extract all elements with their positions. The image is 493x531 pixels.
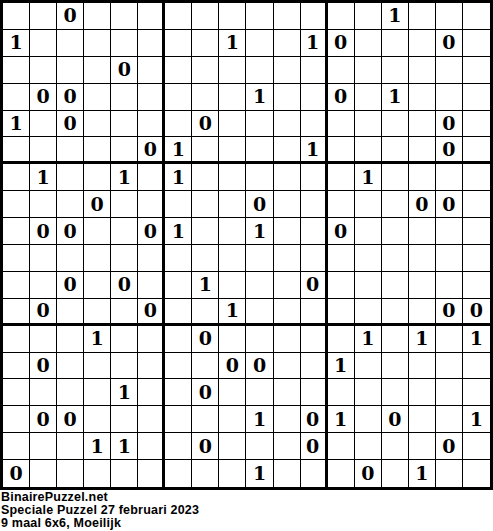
empty-cell[interactable]	[274, 272, 301, 299]
empty-cell[interactable]	[192, 218, 219, 245]
empty-cell[interactable]	[3, 3, 30, 30]
empty-cell[interactable]	[301, 164, 328, 191]
empty-cell[interactable]	[328, 245, 355, 272]
empty-cell[interactable]	[274, 433, 301, 460]
empty-cell[interactable]	[246, 137, 273, 164]
empty-cell[interactable]	[274, 137, 301, 164]
empty-cell[interactable]	[111, 111, 138, 138]
empty-cell[interactable]	[219, 406, 246, 433]
given-cell: 0	[57, 3, 84, 30]
empty-cell[interactable]	[192, 30, 219, 57]
empty-cell[interactable]	[192, 57, 219, 84]
empty-cell[interactable]	[463, 460, 490, 487]
empty-cell[interactable]	[30, 245, 57, 272]
given-cell: 1	[165, 164, 192, 191]
empty-cell[interactable]	[84, 406, 111, 433]
empty-cell[interactable]	[219, 245, 246, 272]
empty-cell[interactable]	[30, 433, 57, 460]
empty-cell[interactable]	[84, 245, 111, 272]
given-cell: 1	[165, 218, 192, 245]
given-cell: 0	[246, 191, 273, 218]
empty-cell[interactable]	[246, 299, 273, 326]
empty-cell[interactable]	[301, 111, 328, 138]
empty-cell[interactable]	[192, 164, 219, 191]
empty-cell[interactable]	[436, 164, 463, 191]
empty-cell[interactable]	[219, 57, 246, 84]
puzzle-page: 0111100000101100001101111000000011000100…	[0, 0, 493, 531]
empty-cell[interactable]	[3, 137, 30, 164]
empty-cell[interactable]	[138, 3, 165, 30]
empty-cell[interactable]	[436, 272, 463, 299]
empty-cell[interactable]	[246, 272, 273, 299]
given-cell: 0	[192, 111, 219, 138]
empty-cell[interactable]	[165, 191, 192, 218]
empty-cell[interactable]	[301, 84, 328, 111]
empty-cell[interactable]	[274, 245, 301, 272]
empty-cell[interactable]	[219, 218, 246, 245]
empty-cell[interactable]	[111, 137, 138, 164]
empty-cell[interactable]	[328, 272, 355, 299]
given-cell: 1	[3, 30, 30, 57]
empty-cell[interactable]	[111, 245, 138, 272]
empty-cell[interactable]	[138, 84, 165, 111]
empty-cell[interactable]	[30, 379, 57, 406]
given-cell: 1	[463, 326, 490, 353]
empty-cell[interactable]	[382, 326, 409, 353]
empty-cell[interactable]	[409, 299, 436, 326]
empty-cell[interactable]	[84, 30, 111, 57]
empty-cell[interactable]	[274, 191, 301, 218]
empty-cell[interactable]	[301, 353, 328, 380]
empty-cell[interactable]	[274, 57, 301, 84]
empty-cell[interactable]	[138, 353, 165, 380]
empty-cell[interactable]	[219, 272, 246, 299]
given-cell: 0	[328, 218, 355, 245]
empty-cell[interactable]	[328, 57, 355, 84]
given-cell: 0	[219, 353, 246, 380]
empty-cell[interactable]	[84, 84, 111, 111]
empty-cell[interactable]	[3, 299, 30, 326]
given-cell: 0	[436, 299, 463, 326]
given-cell: 0	[192, 433, 219, 460]
empty-cell[interactable]	[274, 406, 301, 433]
empty-cell[interactable]	[57, 137, 84, 164]
empty-cell[interactable]	[409, 84, 436, 111]
empty-cell[interactable]	[463, 191, 490, 218]
given-cell: 0	[111, 57, 138, 84]
empty-cell[interactable]	[274, 379, 301, 406]
empty-cell[interactable]	[382, 164, 409, 191]
given-cell: 1	[219, 299, 246, 326]
empty-cell[interactable]	[138, 433, 165, 460]
empty-cell[interactable]	[3, 433, 30, 460]
empty-cell[interactable]	[192, 84, 219, 111]
empty-cell[interactable]	[30, 111, 57, 138]
empty-cell[interactable]	[409, 353, 436, 380]
given-cell: 0	[436, 111, 463, 138]
empty-cell[interactable]	[165, 299, 192, 326]
given-cell: 1	[246, 460, 273, 487]
empty-cell[interactable]	[301, 245, 328, 272]
empty-cell[interactable]	[3, 57, 30, 84]
empty-cell[interactable]	[246, 164, 273, 191]
empty-cell[interactable]	[84, 164, 111, 191]
empty-cell[interactable]	[84, 57, 111, 84]
given-cell: 0	[192, 326, 219, 353]
given-cell: 1	[463, 406, 490, 433]
empty-cell[interactable]	[301, 299, 328, 326]
empty-cell[interactable]	[436, 218, 463, 245]
empty-cell[interactable]	[219, 111, 246, 138]
empty-cell[interactable]	[111, 353, 138, 380]
given-cell: 1	[328, 406, 355, 433]
empty-cell[interactable]	[219, 460, 246, 487]
empty-cell[interactable]	[382, 191, 409, 218]
empty-cell[interactable]	[355, 433, 382, 460]
given-cell: 0	[301, 406, 328, 433]
empty-cell[interactable]	[409, 245, 436, 272]
empty-cell[interactable]	[138, 191, 165, 218]
given-cell: 1	[246, 406, 273, 433]
given-cell: 1	[409, 326, 436, 353]
empty-cell[interactable]	[409, 218, 436, 245]
empty-cell[interactable]	[328, 137, 355, 164]
empty-cell[interactable]	[192, 191, 219, 218]
empty-cell[interactable]	[328, 460, 355, 487]
empty-cell[interactable]	[3, 84, 30, 111]
empty-cell[interactable]	[463, 111, 490, 138]
empty-cell[interactable]	[84, 460, 111, 487]
empty-cell[interactable]	[3, 245, 30, 272]
empty-cell[interactable]	[274, 218, 301, 245]
empty-cell[interactable]	[165, 3, 192, 30]
empty-cell[interactable]	[138, 379, 165, 406]
empty-cell[interactable]	[84, 272, 111, 299]
empty-cell[interactable]	[165, 272, 192, 299]
empty-cell[interactable]	[138, 245, 165, 272]
empty-cell[interactable]	[301, 3, 328, 30]
empty-cell[interactable]	[192, 299, 219, 326]
given-cell: 0	[30, 84, 57, 111]
empty-cell[interactable]	[436, 57, 463, 84]
empty-cell[interactable]	[463, 3, 490, 30]
empty-cell[interactable]	[111, 3, 138, 30]
empty-cell[interactable]	[165, 245, 192, 272]
empty-cell[interactable]	[355, 30, 382, 57]
empty-cell[interactable]	[138, 326, 165, 353]
empty-cell[interactable]	[3, 164, 30, 191]
empty-cell[interactable]	[409, 406, 436, 433]
empty-cell[interactable]	[409, 3, 436, 30]
empty-cell[interactable]	[355, 245, 382, 272]
empty-cell[interactable]	[165, 460, 192, 487]
empty-cell[interactable]	[382, 379, 409, 406]
empty-cell[interactable]	[355, 406, 382, 433]
empty-cell[interactable]	[3, 218, 30, 245]
empty-cell[interactable]	[328, 111, 355, 138]
empty-cell[interactable]	[84, 218, 111, 245]
empty-cell[interactable]	[409, 272, 436, 299]
empty-cell[interactable]	[219, 3, 246, 30]
empty-cell[interactable]	[246, 326, 273, 353]
empty-cell[interactable]	[436, 3, 463, 30]
empty-cell[interactable]	[111, 299, 138, 326]
empty-cell[interactable]	[138, 406, 165, 433]
empty-cell[interactable]	[355, 218, 382, 245]
empty-cell[interactable]	[301, 326, 328, 353]
empty-cell[interactable]	[355, 57, 382, 84]
empty-cell[interactable]	[436, 245, 463, 272]
empty-cell[interactable]	[138, 164, 165, 191]
empty-cell[interactable]	[57, 30, 84, 57]
given-cell: 1	[111, 164, 138, 191]
empty-cell[interactable]	[3, 353, 30, 380]
empty-cell[interactable]	[165, 406, 192, 433]
empty-cell[interactable]	[382, 272, 409, 299]
given-cell: 0	[111, 272, 138, 299]
empty-cell[interactable]	[436, 326, 463, 353]
empty-cell[interactable]	[165, 30, 192, 57]
empty-cell[interactable]	[436, 406, 463, 433]
empty-cell[interactable]	[355, 191, 382, 218]
empty-cell[interactable]	[57, 326, 84, 353]
empty-cell[interactable]	[301, 191, 328, 218]
empty-cell[interactable]	[219, 164, 246, 191]
given-cell: 1	[30, 164, 57, 191]
empty-cell[interactable]	[30, 3, 57, 30]
empty-cell[interactable]	[246, 30, 273, 57]
empty-cell[interactable]	[436, 84, 463, 111]
empty-cell[interactable]	[246, 433, 273, 460]
given-cell: 1	[355, 164, 382, 191]
empty-cell[interactable]	[463, 272, 490, 299]
empty-cell[interactable]	[246, 3, 273, 30]
given-cell: 0	[463, 299, 490, 326]
given-cell: 0	[57, 218, 84, 245]
empty-cell[interactable]	[436, 379, 463, 406]
empty-cell[interactable]	[274, 84, 301, 111]
empty-cell[interactable]	[111, 30, 138, 57]
empty-cell[interactable]	[382, 137, 409, 164]
empty-cell[interactable]	[274, 3, 301, 30]
empty-cell[interactable]	[274, 353, 301, 380]
empty-cell[interactable]	[138, 30, 165, 57]
empty-cell[interactable]	[219, 84, 246, 111]
empty-cell[interactable]	[57, 164, 84, 191]
empty-cell[interactable]	[328, 3, 355, 30]
empty-cell[interactable]	[463, 433, 490, 460]
empty-cell[interactable]	[57, 433, 84, 460]
empty-cell[interactable]	[165, 84, 192, 111]
given-cell: 0	[57, 84, 84, 111]
empty-cell[interactable]	[84, 299, 111, 326]
empty-cell[interactable]	[274, 460, 301, 487]
empty-cell[interactable]	[382, 433, 409, 460]
empty-cell[interactable]	[409, 137, 436, 164]
empty-cell[interactable]	[246, 245, 273, 272]
empty-cell[interactable]	[3, 272, 30, 299]
given-cell: 1	[328, 353, 355, 380]
empty-cell[interactable]	[463, 137, 490, 164]
empty-cell[interactable]	[246, 379, 273, 406]
given-cell: 0	[301, 433, 328, 460]
binary-puzzle-board: 0111100000101100001101111000000011000100…	[0, 0, 493, 490]
empty-cell[interactable]	[463, 84, 490, 111]
empty-cell[interactable]	[246, 57, 273, 84]
empty-cell[interactable]	[409, 379, 436, 406]
empty-cell[interactable]	[3, 406, 30, 433]
given-cell: 0	[328, 30, 355, 57]
empty-cell[interactable]	[328, 326, 355, 353]
empty-cell[interactable]	[274, 164, 301, 191]
empty-cell[interactable]	[382, 353, 409, 380]
empty-cell[interactable]	[192, 137, 219, 164]
empty-cell[interactable]	[30, 137, 57, 164]
empty-cell[interactable]	[165, 57, 192, 84]
empty-cell[interactable]	[355, 299, 382, 326]
empty-cell[interactable]	[301, 57, 328, 84]
given-cell: 0	[436, 30, 463, 57]
empty-cell[interactable]	[84, 379, 111, 406]
empty-cell[interactable]	[409, 57, 436, 84]
empty-cell[interactable]	[192, 3, 219, 30]
empty-cell[interactable]	[219, 191, 246, 218]
empty-cell[interactable]	[165, 111, 192, 138]
empty-cell[interactable]	[84, 111, 111, 138]
empty-cell[interactable]	[382, 245, 409, 272]
empty-cell[interactable]	[328, 433, 355, 460]
given-cell: 0	[30, 353, 57, 380]
empty-cell[interactable]	[165, 379, 192, 406]
empty-cell[interactable]	[84, 3, 111, 30]
empty-cell[interactable]	[301, 218, 328, 245]
given-cell: 0	[30, 299, 57, 326]
empty-cell[interactable]	[30, 272, 57, 299]
empty-cell[interactable]	[84, 353, 111, 380]
empty-cell[interactable]	[355, 84, 382, 111]
empty-cell[interactable]	[355, 3, 382, 30]
given-cell: 1	[192, 272, 219, 299]
empty-cell[interactable]	[219, 326, 246, 353]
empty-cell[interactable]	[382, 460, 409, 487]
given-cell: 1	[409, 460, 436, 487]
empty-cell[interactable]	[3, 379, 30, 406]
empty-cell[interactable]	[328, 191, 355, 218]
empty-cell[interactable]	[409, 30, 436, 57]
empty-cell[interactable]	[57, 57, 84, 84]
empty-cell[interactable]	[409, 164, 436, 191]
given-cell: 0	[409, 191, 436, 218]
empty-cell[interactable]	[382, 111, 409, 138]
empty-cell[interactable]	[463, 353, 490, 380]
empty-cell[interactable]	[219, 379, 246, 406]
empty-cell[interactable]	[111, 218, 138, 245]
empty-cell[interactable]	[138, 272, 165, 299]
empty-cell[interactable]	[192, 460, 219, 487]
empty-cell[interactable]	[57, 299, 84, 326]
empty-cell[interactable]	[382, 30, 409, 57]
empty-cell[interactable]	[219, 137, 246, 164]
empty-cell[interactable]	[57, 245, 84, 272]
empty-cell[interactable]	[30, 460, 57, 487]
empty-cell[interactable]	[274, 30, 301, 57]
empty-cell[interactable]	[219, 433, 246, 460]
empty-cell[interactable]	[463, 218, 490, 245]
given-cell: 0	[30, 218, 57, 245]
empty-cell[interactable]	[30, 57, 57, 84]
empty-cell[interactable]	[84, 137, 111, 164]
given-cell: 1	[219, 30, 246, 57]
empty-cell[interactable]	[328, 164, 355, 191]
empty-cell[interactable]	[111, 191, 138, 218]
empty-cell[interactable]	[463, 164, 490, 191]
empty-cell[interactable]	[30, 30, 57, 57]
empty-cell[interactable]	[463, 57, 490, 84]
empty-cell[interactable]	[274, 111, 301, 138]
given-cell: 0	[57, 111, 84, 138]
empty-cell[interactable]	[436, 353, 463, 380]
empty-cell[interactable]	[30, 326, 57, 353]
empty-cell[interactable]	[192, 245, 219, 272]
empty-cell[interactable]	[328, 379, 355, 406]
empty-cell[interactable]	[463, 30, 490, 57]
empty-cell[interactable]	[111, 406, 138, 433]
empty-cell[interactable]	[328, 299, 355, 326]
empty-cell[interactable]	[165, 433, 192, 460]
empty-cell[interactable]	[409, 433, 436, 460]
empty-cell[interactable]	[382, 57, 409, 84]
empty-cell[interactable]	[111, 84, 138, 111]
given-cell: 1	[246, 84, 273, 111]
empty-cell[interactable]	[138, 460, 165, 487]
empty-cell[interactable]	[274, 326, 301, 353]
empty-cell[interactable]	[57, 353, 84, 380]
empty-cell[interactable]	[138, 111, 165, 138]
empty-cell[interactable]	[382, 299, 409, 326]
empty-cell[interactable]	[111, 460, 138, 487]
empty-cell[interactable]	[301, 460, 328, 487]
empty-cell[interactable]	[111, 326, 138, 353]
empty-cell[interactable]	[355, 379, 382, 406]
empty-cell[interactable]	[355, 137, 382, 164]
given-cell: 0	[301, 272, 328, 299]
empty-cell[interactable]	[192, 353, 219, 380]
empty-cell[interactable]	[355, 272, 382, 299]
empty-cell[interactable]	[355, 353, 382, 380]
empty-cell[interactable]	[382, 218, 409, 245]
empty-cell[interactable]	[274, 299, 301, 326]
empty-cell[interactable]	[3, 191, 30, 218]
empty-cell[interactable]	[409, 111, 436, 138]
given-cell: 1	[84, 326, 111, 353]
empty-cell[interactable]	[57, 379, 84, 406]
empty-cell[interactable]	[138, 57, 165, 84]
empty-cell[interactable]	[30, 191, 57, 218]
empty-cell[interactable]	[165, 353, 192, 380]
empty-cell[interactable]	[192, 406, 219, 433]
empty-cell[interactable]	[57, 460, 84, 487]
empty-cell[interactable]	[463, 379, 490, 406]
empty-cell[interactable]	[165, 326, 192, 353]
empty-cell[interactable]	[463, 245, 490, 272]
empty-cell[interactable]	[3, 326, 30, 353]
empty-cell[interactable]	[355, 111, 382, 138]
empty-cell[interactable]	[301, 379, 328, 406]
empty-cell[interactable]	[436, 460, 463, 487]
given-cell: 1	[3, 111, 30, 138]
empty-cell[interactable]	[246, 111, 273, 138]
empty-cell[interactable]	[57, 191, 84, 218]
